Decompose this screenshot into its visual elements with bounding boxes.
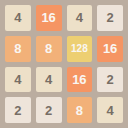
tile-r4c2: 2: [36, 97, 62, 123]
game-board-2048[interactable]: 416428812816441622284: [0, 0, 128, 128]
tile-r3c2: 4: [36, 67, 62, 93]
tile-r4c1: 2: [5, 97, 31, 123]
tile-r1c2: 16: [36, 5, 62, 31]
tile-r2c3: 128: [67, 36, 93, 62]
tile-r2c2: 8: [36, 36, 62, 62]
tile-r3c4: 2: [97, 67, 123, 93]
tile-r2c1: 8: [5, 36, 31, 62]
tile-r1c3: 4: [67, 5, 93, 31]
tile-r1c1: 4: [5, 5, 31, 31]
tile-r4c4: 4: [97, 97, 123, 123]
tile-r3c1: 4: [5, 67, 31, 93]
tile-r3c3: 16: [67, 67, 93, 93]
tile-r1c4: 2: [97, 5, 123, 31]
tile-r4c3: 8: [67, 97, 93, 123]
tile-r2c4: 16: [97, 36, 123, 62]
